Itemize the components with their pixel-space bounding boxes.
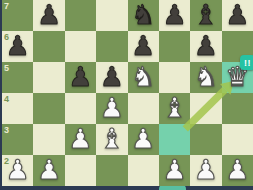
- square-a5[interactable]: 5: [2, 62, 33, 93]
- piece-white-pawn-f2[interactable]: ♟: [159, 154, 190, 185]
- square-d7[interactable]: [96, 0, 127, 31]
- square-a3[interactable]: 3: [2, 124, 33, 155]
- piece-black-bishop-g7[interactable]: ♝: [190, 0, 221, 30]
- piece-white-pawn-a2[interactable]: ♟: [2, 154, 33, 185]
- square-b6[interactable]: [33, 31, 64, 62]
- piece-black-pawn-f7[interactable]: ♟: [159, 0, 190, 30]
- piece-white-pawn-b2[interactable]: ♟: [33, 154, 64, 185]
- square-d2[interactable]: [96, 155, 127, 186]
- piece-black-pawn-d5[interactable]: ♟: [96, 61, 127, 92]
- piece-white-pawn-h2[interactable]: ♟: [222, 154, 253, 185]
- square-c2[interactable]: [65, 155, 96, 186]
- square-h4[interactable]: [222, 93, 253, 124]
- rank-label-4: 4: [4, 94, 9, 104]
- square-a4[interactable]: 4: [2, 93, 33, 124]
- brilliant-move-badge: !!: [240, 55, 253, 70]
- square-b5[interactable]: [33, 62, 64, 93]
- piece-white-pawn-c3[interactable]: ♟: [65, 123, 96, 154]
- piece-white-knight-e5[interactable]: ♞: [128, 61, 159, 92]
- square-c6[interactable]: [65, 31, 96, 62]
- piece-white-bishop-d3[interactable]: ♝: [96, 123, 127, 154]
- piece-white-pawn-d4[interactable]: ♟: [96, 92, 127, 123]
- piece-black-pawn-h7[interactable]: ♟: [222, 0, 253, 30]
- square-g4[interactable]: [190, 93, 221, 124]
- piece-black-pawn-c5[interactable]: ♟: [65, 61, 96, 92]
- square-c7[interactable]: [65, 0, 96, 31]
- square-f3[interactable]: [159, 124, 190, 155]
- rank-label-5: 5: [4, 63, 9, 73]
- square-f5[interactable]: [159, 62, 190, 93]
- square-h3[interactable]: [222, 124, 253, 155]
- square-a7[interactable]: 7: [2, 0, 33, 31]
- square-f6[interactable]: [159, 31, 190, 62]
- rank-label-7: 7: [4, 1, 9, 11]
- piece-white-pawn-e3[interactable]: ♟: [128, 123, 159, 154]
- square-d6[interactable]: [96, 31, 127, 62]
- square-e4[interactable]: [128, 93, 159, 124]
- piece-white-knight-g5[interactable]: ♞: [190, 61, 221, 92]
- square-b3[interactable]: [33, 124, 64, 155]
- square-g3[interactable]: [190, 124, 221, 155]
- rank-label-3: 3: [4, 125, 9, 135]
- square-e2[interactable]: [128, 155, 159, 186]
- square-c4[interactable]: [65, 93, 96, 124]
- piece-black-pawn-b7[interactable]: ♟: [33, 0, 64, 30]
- piece-black-pawn-a6[interactable]: ♟: [2, 30, 33, 61]
- piece-black-knight-e7[interactable]: ♞: [128, 0, 159, 30]
- piece-white-pawn-g2[interactable]: ♟: [190, 154, 221, 185]
- piece-black-pawn-g6[interactable]: ♟: [190, 30, 221, 61]
- piece-black-pawn-e6[interactable]: ♟: [128, 30, 159, 61]
- piece-white-bishop-f4[interactable]: ♝: [159, 92, 190, 123]
- square-b4[interactable]: [33, 93, 64, 124]
- board-viewport: 765432 ♟♞♟♝♟♟♟♟♟♟♞♞♛♟♝♟♝♟♟♟♟♟♟ !!: [0, 0, 253, 190]
